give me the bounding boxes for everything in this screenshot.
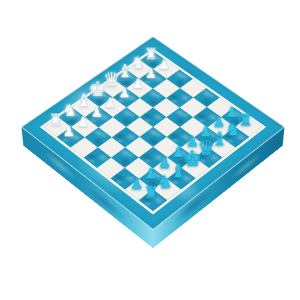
piece-black-knight: ♞ bbox=[149, 173, 180, 191]
piece-white-rook: ♜ bbox=[137, 47, 166, 62]
chess-board: ♜♟♟♜♞♟♟♞♝♟♟♝♛♟♟♛♚♟♟♚♝♟♟♝♞♟♟♞♜♟♟♜ bbox=[21, 37, 284, 230]
piece-black-queen: ♛ bbox=[191, 139, 222, 159]
board-top-surface: ♜♟♟♜♞♟♟♞♝♟♟♝♛♟♟♛♚♟♟♚♝♟♟♝♞♟♟♞♜♟♟♜ bbox=[21, 37, 284, 230]
piece-white-bishop: ♝ bbox=[69, 91, 99, 109]
product-photo-scene: ♜♟♟♜♞♟♟♞♝♟♟♝♛♟♟♛♚♟♟♚♝♟♟♝♞♟♟♞♜♟♟♜ bbox=[0, 0, 300, 300]
square-f1: ♝ bbox=[72, 98, 99, 117]
square-a7: ♟ bbox=[221, 107, 248, 127]
square-h1: ♜ bbox=[44, 117, 71, 137]
square-f7: ♟ bbox=[153, 157, 181, 178]
board-frame-line: ♜♟♟♜♞♟♟♞♝♟♟♝♛♟♟♛♚♟♟♚♝♟♟♝♞♟♟♞♜♟♟♜ bbox=[40, 49, 266, 215]
piece-black-pawn: ♟ bbox=[217, 105, 247, 119]
square-e5 bbox=[139, 127, 166, 147]
piece-black-rook: ♜ bbox=[231, 113, 261, 129]
square-g6 bbox=[125, 157, 153, 178]
